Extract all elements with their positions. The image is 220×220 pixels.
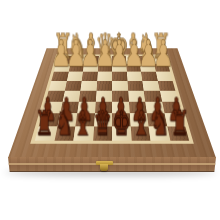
square-r0c2: ♝ <box>84 56 98 64</box>
square-r3c2 <box>80 81 97 91</box>
square-r3c7 <box>157 81 175 91</box>
square-r0c7: ♜ <box>152 56 168 64</box>
square-r7c3: ♛ <box>93 126 112 140</box>
square-r3c1 <box>65 81 82 91</box>
square-r0c4: ♚ <box>112 56 126 64</box>
square-r2c1 <box>67 72 83 81</box>
square-r3c3 <box>96 81 112 91</box>
square-r2c7 <box>156 72 173 81</box>
square-r5c7 <box>162 101 182 113</box>
square-r6c4: ♟ <box>112 113 130 126</box>
square-r4c1 <box>62 91 80 102</box>
square-r2c5 <box>127 72 143 81</box>
square-r2c4 <box>112 72 127 81</box>
square-r2c2 <box>82 72 98 81</box>
board-maple-border: ♜♞♝♛♚♝♞♜♟♟♟♟♟♟♟♟♟♟♟♟♟♟♟♟♜♞♝♛♚♝♞♜ <box>30 54 194 143</box>
square-r6c1: ♟ <box>57 113 77 126</box>
square-r1c3: ♟ <box>97 64 112 72</box>
square-r7c2: ♝ <box>73 126 93 140</box>
square-r6c7: ♟ <box>164 113 185 126</box>
square-r4c2 <box>79 91 96 102</box>
square-r5c3 <box>95 101 112 113</box>
square-r0c5: ♝ <box>125 56 139 64</box>
square-r6c6: ♟ <box>147 113 167 126</box>
board-box-top: ♜♞♝♛♚♝♞♜♟♟♟♟♟♟♟♟♟♟♟♟♟♟♟♟♜♞♝♛♚♝♞♜ <box>8 48 216 158</box>
square-r2c3 <box>97 72 112 81</box>
square-r7c1: ♞ <box>54 126 75 140</box>
square-r3c4 <box>112 81 128 91</box>
square-r4c4 <box>112 91 129 102</box>
square-r0c1: ♞ <box>70 56 85 64</box>
squares-grid: ♜♞♝♛♚♝♞♜♟♟♟♟♟♟♟♟♟♟♟♟♟♟♟♟♜♞♝♛♚♝♞♜ <box>35 56 189 141</box>
square-r7c5: ♝ <box>130 126 150 140</box>
square-r4c3 <box>95 91 112 102</box>
square-r7c4: ♚ <box>112 126 131 140</box>
chess-set-photo: ♜♞♝♛♚♝♞♜♟♟♟♟♟♟♟♟♟♟♟♟♟♟♟♟♜♞♝♛♚♝♞♜ <box>0 0 220 220</box>
square-r6c3: ♟ <box>94 113 112 126</box>
square-r1c1: ♟ <box>68 64 84 72</box>
square-r6c5: ♟ <box>129 113 148 126</box>
square-r4c5 <box>128 91 145 102</box>
square-r5c2 <box>77 101 95 113</box>
brass-clasp-hook <box>100 164 108 171</box>
square-r3c5 <box>127 81 144 91</box>
piece-white-pawn: ♟ <box>153 35 173 72</box>
square-r4c7 <box>159 91 178 102</box>
square-r1c2: ♟ <box>83 64 98 72</box>
piece-white-pawn: ♟ <box>51 35 71 72</box>
square-r5c5 <box>129 101 147 113</box>
piece-white-rook: ♜ <box>151 28 171 63</box>
square-r1c4: ♟ <box>112 64 127 72</box>
square-r1c5: ♟ <box>126 64 141 72</box>
square-r7c7: ♜ <box>167 126 189 140</box>
square-r5c4 <box>112 101 129 113</box>
square-r1c7: ♟ <box>154 64 170 72</box>
square-r0c3: ♛ <box>98 56 112 64</box>
square-r5c1 <box>60 101 79 113</box>
square-r4c0 <box>46 91 65 102</box>
clasp-layer <box>8 157 216 171</box>
square-r6c2: ♟ <box>75 113 94 126</box>
